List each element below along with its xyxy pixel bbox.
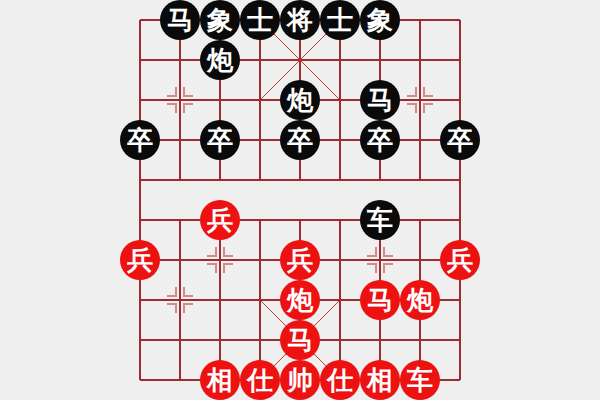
board-point: 士 bbox=[240, 0, 280, 40]
board-point: 象 bbox=[360, 0, 400, 40]
piece-black-soldier[interactable]: 卒 bbox=[120, 120, 160, 160]
board-point: 卒 bbox=[440, 120, 480, 160]
board-point: 将 bbox=[280, 0, 320, 40]
board-point: 兵 bbox=[120, 240, 160, 280]
piece-black-cannon[interactable]: 炮 bbox=[200, 40, 240, 80]
piece-black-elephant[interactable]: 象 bbox=[200, 0, 240, 40]
board-points: 马象士将士象炮炮马卒卒卒卒卒车兵兵兵兵炮马炮马相仕帅仕相车 bbox=[120, 0, 480, 400]
board-point: 兵 bbox=[440, 240, 480, 280]
piece-red-horse[interactable]: 马 bbox=[280, 320, 320, 360]
board-point: 车 bbox=[400, 360, 440, 400]
piece-black-horse[interactable]: 马 bbox=[360, 80, 400, 120]
board-point: 相 bbox=[200, 360, 240, 400]
board-point: 帅 bbox=[280, 360, 320, 400]
piece-red-soldier[interactable]: 兵 bbox=[200, 200, 240, 240]
board-point: 卒 bbox=[280, 120, 320, 160]
board-point: 仕 bbox=[240, 360, 280, 400]
piece-red-elephant[interactable]: 相 bbox=[200, 360, 240, 400]
piece-black-advisor[interactable]: 士 bbox=[320, 0, 360, 40]
piece-red-soldier[interactable]: 兵 bbox=[280, 240, 320, 280]
board-point: 卒 bbox=[120, 120, 160, 160]
piece-black-soldier[interactable]: 卒 bbox=[360, 120, 400, 160]
board-point: 车 bbox=[360, 200, 400, 240]
board-point: 炮 bbox=[400, 280, 440, 320]
board-point: 象 bbox=[200, 0, 240, 40]
piece-red-horse[interactable]: 马 bbox=[360, 280, 400, 320]
board-point: 马 bbox=[360, 80, 400, 120]
piece-black-elephant[interactable]: 象 bbox=[360, 0, 400, 40]
board-point: 仕 bbox=[320, 360, 360, 400]
piece-black-horse[interactable]: 马 bbox=[160, 0, 200, 40]
piece-red-cannon[interactable]: 炮 bbox=[280, 280, 320, 320]
piece-black-general[interactable]: 将 bbox=[280, 0, 320, 40]
board-point: 炮 bbox=[200, 40, 240, 80]
board-point: 马 bbox=[360, 280, 400, 320]
piece-black-soldier[interactable]: 卒 bbox=[280, 120, 320, 160]
piece-red-elephant[interactable]: 相 bbox=[360, 360, 400, 400]
piece-black-cannon[interactable]: 炮 bbox=[280, 80, 320, 120]
board-point: 卒 bbox=[360, 120, 400, 160]
board-point: 士 bbox=[320, 0, 360, 40]
piece-red-general[interactable]: 帅 bbox=[280, 360, 320, 400]
board-point: 卒 bbox=[200, 120, 240, 160]
piece-black-advisor[interactable]: 士 bbox=[240, 0, 280, 40]
board-point: 兵 bbox=[200, 200, 240, 240]
piece-black-soldier[interactable]: 卒 bbox=[440, 120, 480, 160]
piece-red-advisor[interactable]: 仕 bbox=[240, 360, 280, 400]
board-point: 炮 bbox=[280, 280, 320, 320]
piece-red-soldier[interactable]: 兵 bbox=[120, 240, 160, 280]
piece-red-advisor[interactable]: 仕 bbox=[320, 360, 360, 400]
piece-red-soldier[interactable]: 兵 bbox=[440, 240, 480, 280]
xiangqi-board: 马象士将士象炮炮马卒卒卒卒卒车兵兵兵兵炮马炮马相仕帅仕相车 bbox=[0, 0, 600, 400]
piece-red-cannon[interactable]: 炮 bbox=[400, 280, 440, 320]
piece-red-chariot[interactable]: 车 bbox=[400, 360, 440, 400]
piece-black-soldier[interactable]: 卒 bbox=[200, 120, 240, 160]
board-point: 相 bbox=[360, 360, 400, 400]
board-point: 马 bbox=[160, 0, 200, 40]
board-point: 炮 bbox=[280, 80, 320, 120]
piece-black-chariot[interactable]: 车 bbox=[360, 200, 400, 240]
board-point: 马 bbox=[280, 320, 320, 360]
board-point: 兵 bbox=[280, 240, 320, 280]
